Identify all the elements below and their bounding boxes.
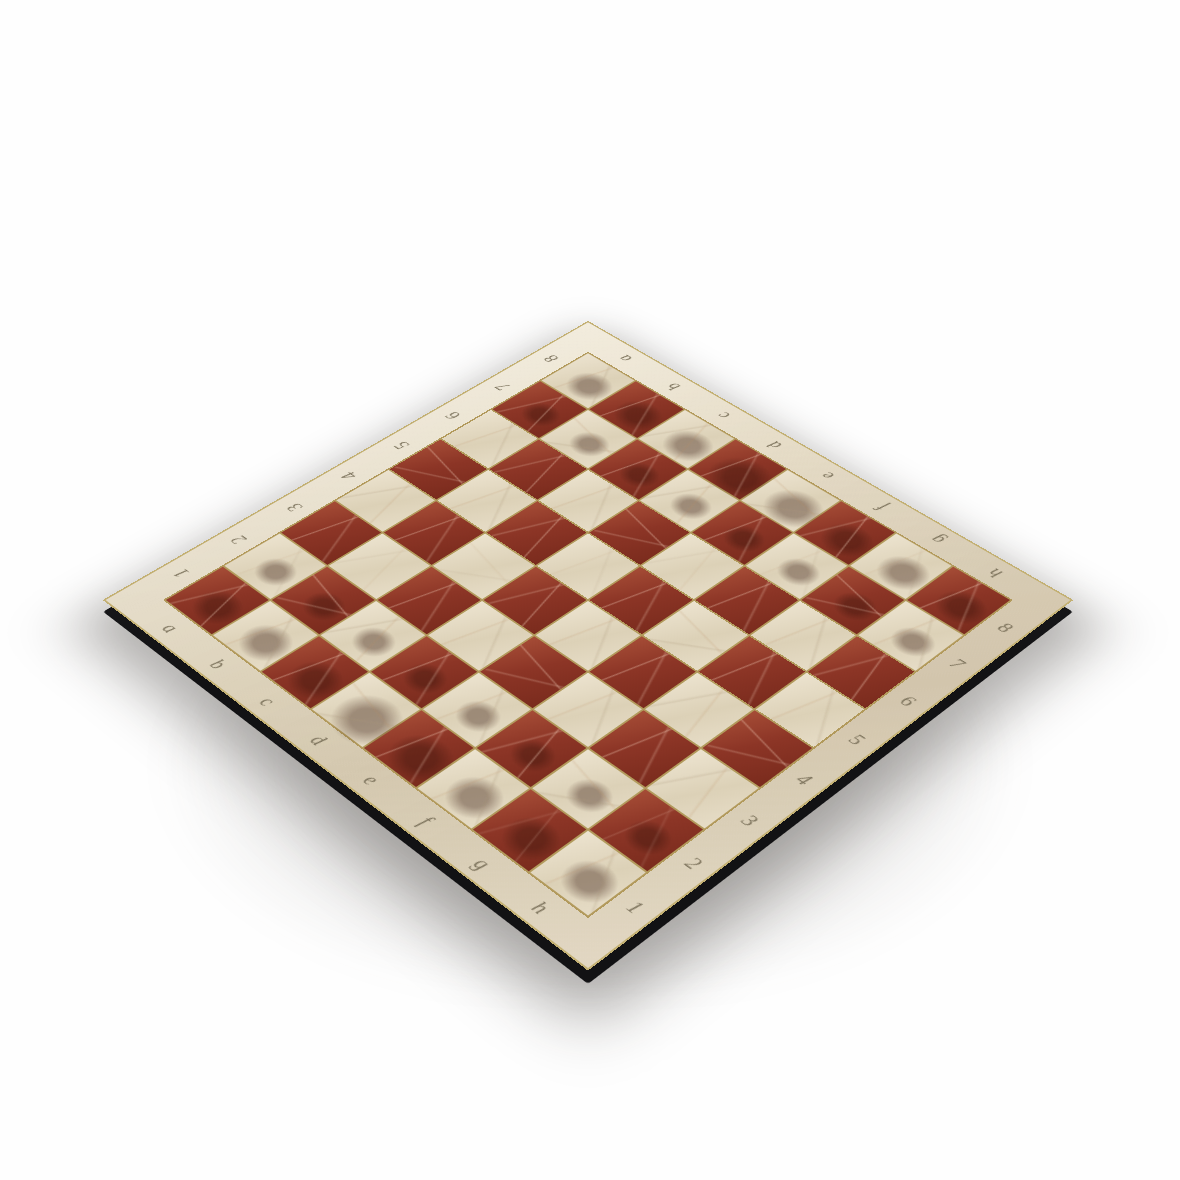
- rank-label-5-left: 5: [385, 435, 418, 455]
- file-label-a-near: a: [153, 616, 189, 640]
- file-label-c-near: c: [250, 688, 287, 713]
- file-label-e-near: e: [353, 766, 391, 793]
- square-e4: [536, 601, 641, 671]
- rank-label-6-right: 6: [890, 688, 927, 713]
- scene-3d: ♜♜♞♞♝♝♚♚♛♛♝♝♞♞♜♜♟♟♟♟♟♟♟♟♟♟♟♟♟♟♟♟♟♟♟♟♟♟♟♟…: [0, 0, 1180, 1180]
- file-label-f-near: f: [407, 807, 446, 835]
- file-label-d-near: d: [300, 727, 337, 753]
- rank-label-4-right: 4: [785, 766, 823, 793]
- board-face: ♜♜♞♞♝♝♚♚♛♛♝♝♞♞♜♜♟♟♟♟♟♟♟♟♟♟♟♟♟♟♟♟♟♟♟♟♟♟♟♟…: [106, 322, 1071, 968]
- file-label-h-near: h: [521, 892, 561, 922]
- file-label-g-near: g: [463, 849, 502, 878]
- file-label-h-far: h: [978, 562, 1013, 585]
- rank-label-4-left: 4: [332, 465, 365, 486]
- product-photo-scene: ♜♜♞♞♝♝♚♚♛♛♝♝♞♞♜♜♟♟♟♟♟♟♟♟♟♟♟♟♟♟♟♟♟♟♟♟♟♟♟♟…: [0, 0, 1180, 1180]
- rank-label-3-right: 3: [730, 807, 769, 835]
- playing-grid: ♜♜♞♞♝♝♚♚♛♛♝♝♞♞♜♜♟♟♟♟♟♟♟♟♟♟♟♟♟♟♟♟♟♟♟♟♟♟♟♟…: [163, 352, 1013, 918]
- file-label-b-near: b: [200, 652, 236, 676]
- rank-label-6-left: 6: [436, 406, 468, 426]
- rank-label-2-right: 2: [674, 849, 713, 878]
- rank-label-1-right: 1: [615, 892, 655, 922]
- chessboard: ♜♜♞♞♝♝♚♚♛♛♝♝♞♞♜♜♟♟♟♟♟♟♟♟♟♟♟♟♟♟♟♟♟♟♟♟♟♟♟♟…: [106, 322, 1071, 968]
- square-h6: [808, 636, 914, 708]
- rank-label-8-right: 8: [987, 616, 1023, 640]
- rank-label-7-right: 7: [939, 652, 975, 676]
- rank-label-5-right: 5: [838, 727, 875, 753]
